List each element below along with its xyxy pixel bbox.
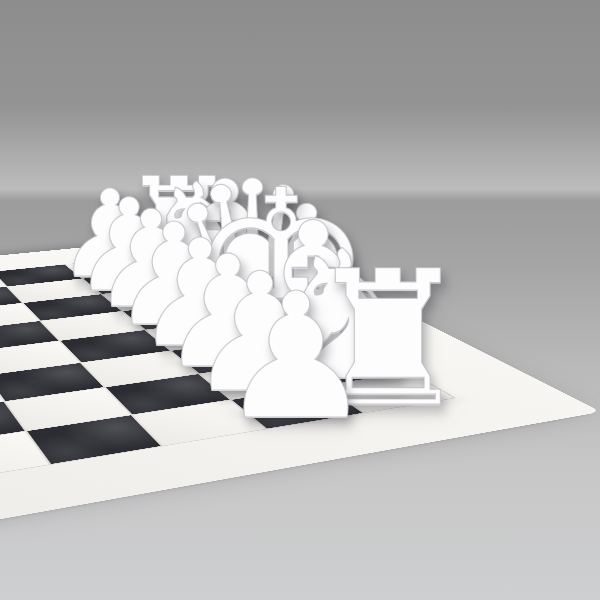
piece-white-pawn-h2[interactable]: ♟ [218, 270, 374, 444]
photo-scene: ♜♟♞♟♝♟♛♟♚♟♝♟♞♟♜♟ [0, 0, 600, 600]
pieces-layer: ♜♟♞♟♝♟♛♟♚♟♝♟♞♟♜♟ [0, 0, 600, 600]
